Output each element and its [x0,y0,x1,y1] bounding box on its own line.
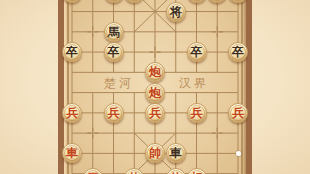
piece-character: 炮 [146,63,164,81]
xiangqi-piece-black-f3r3[interactable]: 馬 [104,22,124,42]
piece-character: 卒 [229,43,247,61]
piece-character: 仕 [125,169,143,174]
xiangqi-piece-black-f3r4[interactable]: 卒 [104,42,124,62]
xiangqi-piece-red-f5r6[interactable]: 炮 [145,83,165,103]
move-hint-dot [236,151,241,156]
piece-character: 馬 [208,0,226,2]
piece-character: 兵 [229,104,247,122]
piece-character: 馬 [105,23,123,41]
piece-character: 将 [167,3,185,21]
piece-character: 卒 [188,43,206,61]
xiangqi-piece-red-f1r7[interactable]: 兵 [62,103,82,123]
piece-character: 象 [188,0,206,2]
xiangqi-piece-red-f4r10[interactable]: 仕 [124,168,144,174]
piece-character: 馬 [84,169,102,174]
piece-character: 車 [63,0,81,2]
piece-character: 相 [188,169,206,174]
xiangqi-piece-red-f2r10[interactable]: 馬 [83,168,103,174]
xiangqi-piece-black-f7r4[interactable]: 卒 [187,42,207,62]
piece-character: 卒 [105,43,123,61]
xiangqi-piece-red-f5r9[interactable]: 帥 [145,143,165,163]
xiangqi-piece-red-f5r5[interactable]: 炮 [145,62,165,82]
piece-character: 車 [167,144,185,162]
xiangqi-piece-red-f3r7[interactable]: 兵 [104,103,124,123]
piece-character: 卒 [63,43,81,61]
xiangqi-piece-black-f6r9[interactable]: 車 [166,143,186,163]
piece-character: 象 [105,0,123,2]
xiangqi-piece-black-f6r2[interactable]: 将 [166,2,186,22]
xiangqi-piece-red-f9r7[interactable]: 兵 [228,103,248,123]
piece-character: 兵 [188,104,206,122]
piece-character: 士 [125,0,143,2]
piece-character: 炮 [229,0,247,2]
xiangqi-game-screen: 楚河 汉界 車象士象馬炮将馬卒卒卒卒炮炮兵兵兵兵兵車帥車馬仕仕相 [0,0,310,174]
xiangqi-piece-black-f9r4[interactable]: 卒 [228,42,248,62]
xiangqi-piece-red-f1r9[interactable]: 車 [62,143,82,163]
xiangqi-piece-red-f5r7[interactable]: 兵 [145,103,165,123]
piece-character: 兵 [63,104,81,122]
xiangqi-piece-red-f7r7[interactable]: 兵 [187,103,207,123]
piece-character: 帥 [146,144,164,162]
xiangqi-piece-red-f7r10[interactable]: 相 [187,168,207,174]
piece-character: 兵 [146,104,164,122]
xiangqi-piece-black-f1r4[interactable]: 卒 [62,42,82,62]
piece-character: 仕 [167,169,185,174]
piece-character: 兵 [105,104,123,122]
piece-character: 車 [63,144,81,162]
piece-character: 炮 [146,84,164,102]
xiangqi-piece-red-f6r10[interactable]: 仕 [166,168,186,174]
